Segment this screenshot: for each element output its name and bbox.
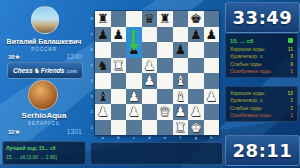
file-label: a <box>95 135 111 142</box>
square-a4[interactable] <box>95 73 111 89</box>
best-move-panel: Лучший ход: 15... c6 15. ... c6 (3.00 → … <box>2 141 86 165</box>
white-pawn: ♟ <box>173 104 189 120</box>
square-b8[interactable] <box>111 11 127 27</box>
square-a5[interactable]: ♞ <box>95 58 111 74</box>
square-f4[interactable]: ♝ <box>173 73 189 89</box>
analysis-block-top: 15. ... c6 Хорошие ходы11Удовлетвор. х.3… <box>225 33 298 78</box>
square-e8[interactable]: ♜ <box>157 11 173 27</box>
square-h7[interactable]: ♟ <box>204 27 220 43</box>
square-d4[interactable]: ♟ <box>142 73 158 89</box>
chessfriends-logo[interactable]: Chess ♞ Friends .com <box>7 62 83 79</box>
square-e3[interactable] <box>157 89 173 105</box>
black-bishop: ♝ <box>95 89 111 105</box>
square-h6[interactable] <box>204 42 220 58</box>
stat-row-bottom-3: Ошибочные ходы1 <box>230 112 293 120</box>
square-d5[interactable]: ♟ <box>142 58 158 74</box>
best-move-line: Лучший ход: 15... c6 <box>6 145 82 151</box>
player-top-name: Виталий Балашкевич <box>0 38 88 45</box>
knight-icon: ♞ <box>34 67 40 74</box>
player-bottom-stats: 32★ 1301 <box>8 128 82 135</box>
clock-bottom: 28:11 <box>225 135 300 166</box>
stat-label: Удовлетвор. х. <box>230 97 264 103</box>
square-h2[interactable] <box>204 104 220 120</box>
rank-label: 6 <box>88 42 95 58</box>
square-c3[interactable]: ♟ <box>126 89 142 105</box>
square-g8[interactable]: ♚ <box>188 11 204 27</box>
player-top-rating: 1240 <box>66 53 82 60</box>
stat-value: 0 <box>290 61 293 67</box>
stat-row-bottom-0: Хорошие ходы12 <box>230 89 293 97</box>
square-h4[interactable] <box>204 73 220 89</box>
white-pawn: ♟ <box>188 104 204 120</box>
square-f1[interactable]: ♜ <box>173 120 189 136</box>
square-d8[interactable]: ♛ <box>142 11 158 27</box>
player-bottom-name: SerhioAqua <box>0 111 88 120</box>
rank-label: 1 <box>88 120 95 136</box>
square-a8[interactable]: ♜ <box>95 11 111 27</box>
black-pawn: ♟ <box>111 27 127 43</box>
stat-value: 1 <box>290 97 293 103</box>
white-king: ♚ <box>188 120 204 136</box>
stat-label: Удовлетвор. х. <box>230 53 264 59</box>
square-d6[interactable] <box>142 42 158 58</box>
square-d7[interactable] <box>142 27 158 43</box>
black-king: ♚ <box>188 11 204 27</box>
square-g5[interactable] <box>188 58 204 74</box>
square-d2[interactable] <box>142 104 158 120</box>
square-d3[interactable] <box>142 89 158 105</box>
stat-value: 3 <box>290 53 293 59</box>
square-g2[interactable]: ♟ <box>188 104 204 120</box>
file-label: d <box>142 135 158 142</box>
analysis-block-bottom: Хорошие ходы12Удовлетвор. х.1Слабые ходы… <box>225 86 298 122</box>
white-pawn: ♟ <box>204 89 220 105</box>
square-a1[interactable] <box>95 120 111 136</box>
white-pawn: ♟ <box>142 73 158 89</box>
square-f3[interactable]: ♝ <box>173 89 189 105</box>
stat-row-bottom-2: Слабые ходы1 <box>230 104 293 112</box>
file-label: c <box>126 135 142 142</box>
last-move-label: 15. ... c6 <box>230 38 253 44</box>
stat-value: 12 <box>287 90 293 96</box>
square-g3[interactable] <box>188 89 204 105</box>
played-move-eval: 15. ... c6 (3.00 → 2.86) <box>6 154 82 160</box>
rank-label: 5 <box>88 58 95 74</box>
stat-label: Хорошие ходы <box>230 90 264 96</box>
white-bishop: ♝ <box>173 73 189 89</box>
black-pawn: ♟ <box>188 27 204 43</box>
square-c8[interactable] <box>126 11 142 27</box>
square-b3[interactable] <box>111 89 127 105</box>
move-arrow <box>132 30 135 45</box>
square-c5[interactable] <box>126 58 142 74</box>
square-a2[interactable]: ♟ <box>95 104 111 120</box>
square-h8[interactable] <box>204 11 220 27</box>
white-pawn: ♟ <box>95 104 111 120</box>
player-bottom-country: БЕЛАРУСЬ <box>0 121 88 126</box>
board: ♜♛♜♚♟♟♟♟♟♟♞♜♟♟♝♝♟♝♟♟♟♛♟♟♜♚ <box>95 11 219 135</box>
rank-label: 8 <box>88 11 95 27</box>
stat-rows-bottom: Хорошие ходы12Удовлетвор. х.1Слабые ходы… <box>230 89 293 119</box>
rank-label: 3 <box>88 89 95 105</box>
clock-top: 33:49 <box>225 2 300 33</box>
stat-label: Слабые ходы <box>230 105 262 111</box>
black-rook: ♜ <box>95 11 111 27</box>
square-f2[interactable]: ♟ <box>173 104 189 120</box>
player-top-stats: 38★ 1240 <box>8 53 82 60</box>
move-list-panel[interactable] <box>90 142 223 165</box>
square-e1[interactable] <box>157 120 173 136</box>
square-e5[interactable] <box>157 58 173 74</box>
stat-row-top-3: Ошибочные ходы1 <box>230 68 293 76</box>
white-pawn: ♟ <box>126 104 142 120</box>
black-rook: ♜ <box>157 11 173 27</box>
square-b1[interactable] <box>111 120 127 136</box>
file-label: g <box>188 135 204 142</box>
square-f7[interactable] <box>173 27 189 43</box>
square-e2[interactable]: ♛ <box>157 104 173 120</box>
player-top-stars: 38★ <box>8 53 20 60</box>
square-f8[interactable] <box>173 11 189 27</box>
square-c1[interactable] <box>126 120 142 136</box>
square-e6[interactable] <box>157 42 173 58</box>
file-label: e <box>157 135 173 142</box>
stat-value: 11 <box>288 46 293 52</box>
file-labels: abcdefgh <box>95 135 219 142</box>
square-f6[interactable]: ♟ <box>173 42 189 58</box>
square-c7[interactable] <box>126 27 142 43</box>
square-c4[interactable] <box>126 73 142 89</box>
square-b5[interactable]: ♜ <box>111 58 127 74</box>
black-pawn: ♟ <box>173 42 189 58</box>
square-e7[interactable] <box>157 27 173 43</box>
stat-row-bottom-1: Удовлетвор. х.1 <box>230 97 293 105</box>
stat-rows-top: Хорошие ходы11Удовлетвор. х.3Слабые ходы… <box>230 45 293 75</box>
rank-label: 7 <box>88 27 95 43</box>
player-bottom-stars: 32★ <box>8 128 20 135</box>
white-pawn: ♟ <box>126 89 142 105</box>
square-b4[interactable] <box>111 73 127 89</box>
black-pawn: ♟ <box>204 27 220 43</box>
square-h1[interactable] <box>204 120 220 136</box>
app-window: Виталий Балашкевич РОССИЯ 38★ 1240 Chess… <box>0 0 300 168</box>
rank-label: 4 <box>88 73 95 89</box>
logo-text-left: Chess <box>13 67 33 74</box>
black-queen: ♛ <box>142 11 158 27</box>
black-knight: ♞ <box>95 58 111 74</box>
square-a7[interactable]: ♟ <box>95 27 111 43</box>
square-d1[interactable] <box>142 120 158 136</box>
square-h5[interactable] <box>204 58 220 74</box>
avatar-player-top[interactable] <box>31 6 59 34</box>
stat-value: 1 <box>290 105 293 111</box>
stat-label: Хорошие ходы <box>230 46 264 52</box>
stat-row-top-2: Слабые ходы0 <box>230 60 293 68</box>
player-bottom-rating: 1301 <box>66 128 82 135</box>
stat-value: 1 <box>290 68 293 74</box>
white-queen: ♛ <box>157 104 173 120</box>
square-f5[interactable] <box>173 58 189 74</box>
square-a3[interactable]: ♝ <box>95 89 111 105</box>
square-g4[interactable] <box>188 73 204 89</box>
square-g1[interactable]: ♚ <box>188 120 204 136</box>
square-a6[interactable] <box>95 42 111 58</box>
rank-labels: 87654321 <box>88 11 95 135</box>
square-h3[interactable]: ♟ <box>204 89 220 105</box>
stat-value: 1 <box>290 112 293 118</box>
square-b7[interactable]: ♟ <box>111 27 127 43</box>
logo-suffix: .com <box>65 68 77 74</box>
square-g7[interactable]: ♟ <box>188 27 204 43</box>
stat-label: Ошибочные ходы <box>230 112 271 118</box>
move-arrow-head <box>129 44 139 51</box>
move-quality-icon <box>288 38 293 43</box>
white-pawn: ♟ <box>142 58 158 74</box>
file-label: b <box>111 135 127 142</box>
square-b2[interactable] <box>111 104 127 120</box>
black-pawn: ♟ <box>95 27 111 43</box>
avatar-player-bottom[interactable] <box>28 80 58 110</box>
file-label: f <box>173 135 189 142</box>
rank-label: 2 <box>88 104 95 120</box>
stat-row-top-1: Удовлетвор. х.3 <box>230 53 293 61</box>
square-e4[interactable] <box>157 73 173 89</box>
white-rook: ♜ <box>111 58 127 74</box>
logo-text-right: Friends <box>41 67 64 74</box>
square-b6[interactable] <box>111 42 127 58</box>
stat-row-top-0: Хорошие ходы11 <box>230 45 293 53</box>
stat-label: Слабые ходы <box>230 61 262 67</box>
stat-label: Ошибочные ходы <box>230 68 271 74</box>
white-rook: ♜ <box>173 120 189 136</box>
player-top-country: РОССИЯ <box>0 47 88 52</box>
file-label: h <box>204 135 220 142</box>
square-c2[interactable]: ♟ <box>126 104 142 120</box>
square-g6[interactable] <box>188 42 204 58</box>
white-bishop: ♝ <box>173 89 189 105</box>
